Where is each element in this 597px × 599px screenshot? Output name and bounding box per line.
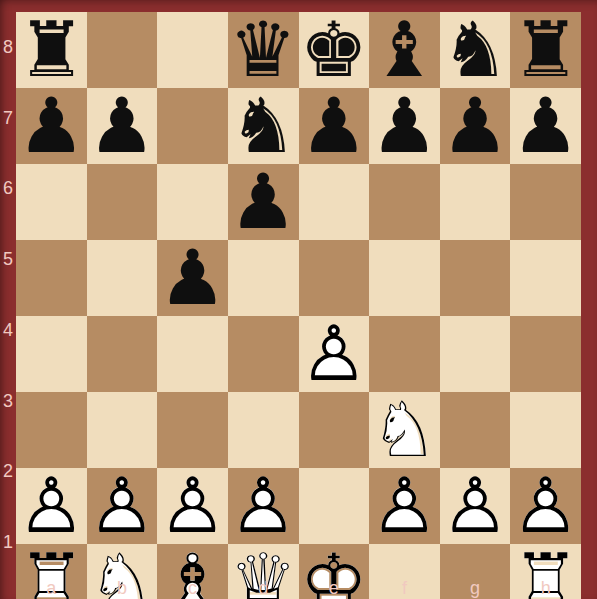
piece-fill-glyph: ♞	[229, 88, 297, 164]
black-king-e8[interactable]: ♚	[299, 12, 370, 88]
black-pawn-g7[interactable]: ♟	[440, 88, 511, 164]
square-f4[interactable]	[369, 316, 440, 392]
file-label-a: a	[16, 578, 87, 599]
piece-fill-glyph: ♞	[441, 12, 509, 88]
square-g2[interactable]: ♟♙	[440, 468, 511, 544]
piece-outline-glyph: ♘	[370, 392, 438, 468]
square-c5[interactable]: ♟	[157, 240, 228, 316]
black-pawn-h7[interactable]: ♟	[510, 88, 581, 164]
square-h7[interactable]: ♟	[510, 88, 581, 164]
square-c2[interactable]: ♟♙	[157, 468, 228, 544]
square-c7[interactable]	[157, 88, 228, 164]
square-h6[interactable]	[510, 164, 581, 240]
white-pawn-f2[interactable]: ♟♙	[369, 468, 440, 544]
square-d3[interactable]	[228, 392, 299, 468]
black-pawn-a7[interactable]: ♟	[16, 88, 87, 164]
square-c3[interactable]	[157, 392, 228, 468]
rank-label-4: 4	[0, 295, 16, 366]
black-queen-d8[interactable]: ♛	[228, 12, 299, 88]
piece-fill-glyph: ♟	[88, 88, 156, 164]
square-g7[interactable]: ♟	[440, 88, 511, 164]
white-pawn-e4[interactable]: ♟♙	[299, 316, 370, 392]
file-label-d: d	[228, 578, 299, 599]
white-pawn-g2[interactable]: ♟♙	[440, 468, 511, 544]
square-b4[interactable]	[87, 316, 158, 392]
square-b3[interactable]	[87, 392, 158, 468]
piece-outline-glyph: ♙	[17, 468, 85, 544]
piece-fill-glyph: ♟	[17, 88, 85, 164]
square-a4[interactable]	[16, 316, 87, 392]
piece-fill-glyph: ♜	[17, 12, 85, 88]
square-g5[interactable]	[440, 240, 511, 316]
file-label-c: c	[157, 578, 228, 599]
white-knight-f3[interactable]: ♞♘	[369, 392, 440, 468]
square-d8[interactable]: ♛	[228, 12, 299, 88]
square-c4[interactable]	[157, 316, 228, 392]
square-b2[interactable]: ♟♙	[87, 468, 158, 544]
square-d6[interactable]: ♟	[228, 164, 299, 240]
square-e7[interactable]: ♟	[299, 88, 370, 164]
piece-outline-glyph: ♙	[158, 468, 226, 544]
square-g4[interactable]	[440, 316, 511, 392]
rank-coordinates: 87654321	[0, 12, 16, 578]
white-pawn-d2[interactable]: ♟♙	[228, 468, 299, 544]
square-h3[interactable]	[510, 392, 581, 468]
square-d2[interactable]: ♟♙	[228, 468, 299, 544]
square-d5[interactable]	[228, 240, 299, 316]
square-g8[interactable]: ♞	[440, 12, 511, 88]
piece-fill-glyph: ♚	[300, 12, 368, 88]
black-pawn-f7[interactable]: ♟	[369, 88, 440, 164]
rank-label-1: 1	[0, 507, 16, 578]
rank-label-3: 3	[0, 366, 16, 437]
black-knight-d7[interactable]: ♞	[228, 88, 299, 164]
square-h8[interactable]: ♜	[510, 12, 581, 88]
chess-board-frame: 87654321 ♜♛♚♝♞♜♟♟♞♟♟♟♟♟♟♟♙♞♘♟♙♟♙♟♙♟♙♟♙♟♙…	[0, 0, 597, 599]
square-a2[interactable]: ♟♙	[16, 468, 87, 544]
piece-fill-glyph: ♟	[300, 88, 368, 164]
square-f8[interactable]: ♝	[369, 12, 440, 88]
white-pawn-c2[interactable]: ♟♙	[157, 468, 228, 544]
white-pawn-h2[interactable]: ♟♙	[510, 468, 581, 544]
square-e4[interactable]: ♟♙	[299, 316, 370, 392]
black-pawn-d6[interactable]: ♟	[228, 164, 299, 240]
file-coordinates: abcdefgh	[16, 578, 581, 599]
square-a8[interactable]: ♜	[16, 12, 87, 88]
rank-label-5: 5	[0, 224, 16, 295]
square-h2[interactable]: ♟♙	[510, 468, 581, 544]
piece-fill-glyph: ♟	[512, 88, 580, 164]
black-rook-a8[interactable]: ♜	[16, 12, 87, 88]
square-b7[interactable]: ♟	[87, 88, 158, 164]
rank-label-8: 8	[0, 12, 16, 83]
square-g6[interactable]	[440, 164, 511, 240]
square-a5[interactable]	[16, 240, 87, 316]
black-bishop-f8[interactable]: ♝	[369, 12, 440, 88]
rank-label-7: 7	[0, 83, 16, 154]
chess-board: ♜♛♚♝♞♜♟♟♞♟♟♟♟♟♟♟♙♞♘♟♙♟♙♟♙♟♙♟♙♟♙♟♙♜♖♞♘♝♗♛…	[16, 12, 581, 578]
file-label-e: e	[299, 578, 370, 599]
black-pawn-e7[interactable]: ♟	[299, 88, 370, 164]
square-e6[interactable]	[299, 164, 370, 240]
square-c6[interactable]	[157, 164, 228, 240]
white-pawn-a2[interactable]: ♟♙	[16, 468, 87, 544]
black-knight-g8[interactable]: ♞	[440, 12, 511, 88]
square-b6[interactable]	[87, 164, 158, 240]
piece-outline-glyph: ♙	[441, 468, 509, 544]
file-label-f: f	[369, 578, 440, 599]
square-g3[interactable]	[440, 392, 511, 468]
rank-label-6: 6	[0, 154, 16, 225]
square-f2[interactable]: ♟♙	[369, 468, 440, 544]
piece-fill-glyph: ♟	[370, 88, 438, 164]
square-e3[interactable]	[299, 392, 370, 468]
square-f3[interactable]: ♞♘	[369, 392, 440, 468]
square-a6[interactable]	[16, 164, 87, 240]
piece-outline-glyph: ♙	[512, 468, 580, 544]
piece-outline-glyph: ♙	[88, 468, 156, 544]
black-pawn-c5[interactable]: ♟	[157, 240, 228, 316]
square-e5[interactable]	[299, 240, 370, 316]
square-a3[interactable]	[16, 392, 87, 468]
white-pawn-b2[interactable]: ♟♙	[87, 468, 158, 544]
square-h4[interactable]	[510, 316, 581, 392]
file-label-b: b	[87, 578, 158, 599]
square-f7[interactable]: ♟	[369, 88, 440, 164]
piece-fill-glyph: ♟	[441, 88, 509, 164]
square-h5[interactable]	[510, 240, 581, 316]
piece-outline-glyph: ♙	[229, 468, 297, 544]
square-f5[interactable]	[369, 240, 440, 316]
square-d4[interactable]	[228, 316, 299, 392]
piece-outline-glyph: ♙	[300, 316, 368, 392]
piece-outline-glyph: ♙	[370, 468, 438, 544]
square-d7[interactable]: ♞	[228, 88, 299, 164]
square-e2[interactable]	[299, 468, 370, 544]
file-label-g: g	[440, 578, 511, 599]
square-c8[interactable]	[157, 12, 228, 88]
square-b5[interactable]	[87, 240, 158, 316]
piece-fill-glyph: ♛	[229, 12, 297, 88]
piece-fill-glyph: ♝	[370, 12, 438, 88]
piece-fill-glyph: ♟	[229, 164, 297, 240]
black-pawn-b7[interactable]: ♟	[87, 88, 158, 164]
rank-label-2: 2	[0, 437, 16, 508]
square-a7[interactable]: ♟	[16, 88, 87, 164]
square-b8[interactable]	[87, 12, 158, 88]
square-e8[interactable]: ♚	[299, 12, 370, 88]
black-rook-h8[interactable]: ♜	[510, 12, 581, 88]
square-f6[interactable]	[369, 164, 440, 240]
piece-fill-glyph: ♟	[158, 240, 226, 316]
file-label-h: h	[510, 578, 581, 599]
piece-fill-glyph: ♜	[512, 12, 580, 88]
